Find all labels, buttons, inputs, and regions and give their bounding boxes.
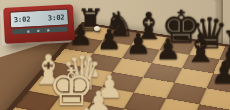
small-white-ball [94,26,100,31]
black-pawn-c7[interactable]: ♟ [123,30,154,59]
black-pawn-d7[interactable]: ♟ [153,34,184,63]
chess-photo-scene: ♜♞♝♚♛♜♟♟♟♟♝♟♟♟♝♛♟♚♟♟ 3:02 3:02 ▪ ▪ ▪ [0,0,230,110]
clock-left-time: 3:02 [14,15,31,24]
black-pawn-f6[interactable]: ♟ [208,58,230,89]
white-pawn-c2[interactable]: ♟ [68,104,105,110]
clock-right-time: 3:02 [48,13,65,22]
chess-clock[interactable]: 3:02 3:02 ▪ ▪ ▪ [3,4,75,44]
clock-lcd-display: 3:02 3:02 [9,8,69,28]
